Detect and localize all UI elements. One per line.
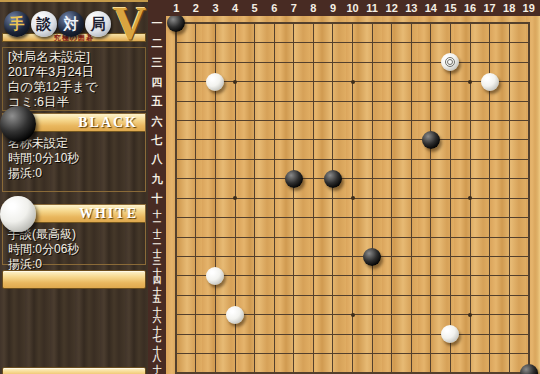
star-point-10-16 [351, 313, 355, 317]
row-label-18: 十八 [152, 346, 162, 362]
row-label-11: 十一 [152, 210, 162, 226]
white-player-name: 手談(最高級) [8, 227, 141, 242]
star-point-10-4 [351, 80, 355, 84]
grid-line-v-15 [450, 23, 451, 374]
star-point-4-10 [233, 196, 237, 200]
row-label-17: 十七 [152, 326, 162, 342]
row-label-16: 十六 [152, 307, 162, 323]
grid-line-h-6 [176, 120, 529, 121]
col-label-17: 17 [483, 1, 495, 15]
row-label-7: 七 [148, 134, 166, 145]
black-stone-11-13 [363, 248, 381, 266]
grid-line-h-13 [176, 256, 529, 257]
grid-line-v-12 [391, 23, 392, 374]
row-label-8: 八 [148, 154, 166, 165]
row-label-19: 十九 [152, 365, 162, 374]
grid-line-h-11 [176, 217, 529, 218]
grid-line-h-14 [176, 275, 529, 276]
grid-line-v-14 [430, 23, 431, 374]
star-point-16-4 [468, 80, 472, 84]
left-coordinates: 一二三四五六七八九十十一十二十三十四十五十六十七十八十九 [148, 0, 166, 374]
grid-line-v-19 [528, 23, 530, 374]
bottom-bar [2, 367, 146, 374]
row-label-9: 九 [148, 173, 166, 184]
white-stone-4-16 [226, 306, 244, 324]
row-label-5: 五 [148, 96, 166, 107]
col-label-5: 5 [252, 1, 258, 15]
star-point-10-10 [351, 196, 355, 200]
app-window: 手談対局V 究極の囲碁 [対局名未設定] 2017年3月24日 白の第12手まで… [0, 0, 540, 374]
move-list-header-bar [2, 270, 146, 289]
black-time: 時間:0分10秒 [8, 151, 141, 166]
star-point-4-4 [233, 80, 237, 84]
logo-ball-2: 談 [31, 11, 57, 37]
col-label-18: 18 [503, 1, 515, 15]
go-board[interactable]: 12345678910111213141516171819 一二三四五六七八九十… [148, 0, 540, 374]
game-komi: コミ:6目半 [8, 95, 145, 110]
logo-ball-4: 局 [85, 11, 111, 37]
row-label-10: 十 [148, 193, 166, 204]
grid-line-h-3 [176, 62, 529, 63]
black-stone-9-9 [324, 170, 342, 188]
grid-line-h-5 [176, 101, 529, 102]
grid-line-h-18 [176, 353, 529, 354]
black-stone-icon [0, 106, 36, 142]
row-label-4: 四 [148, 76, 166, 87]
row-label-12: 十二 [152, 229, 162, 245]
row-label-3: 三 [148, 57, 166, 68]
grid-line-h-17 [176, 334, 529, 335]
col-label-15: 15 [444, 1, 456, 15]
white-stone-icon [0, 196, 36, 232]
col-label-2: 2 [193, 1, 199, 15]
row-label-6: 六 [148, 115, 166, 126]
sidebar: 手談対局V 究極の囲碁 [対局名未設定] 2017年3月24日 白の第12手まで… [0, 0, 148, 374]
last-move-marker [445, 57, 455, 67]
black-stone-14-7 [422, 131, 440, 149]
white-stone-17-4 [481, 73, 499, 91]
col-label-1: 1 [173, 1, 179, 15]
col-label-12: 12 [386, 1, 398, 15]
black-captures: 揚浜:0 [8, 166, 141, 181]
star-point-16-16 [468, 313, 472, 317]
logo-ball-1: 手 [4, 11, 30, 37]
game-date: 2017年3月24日 [8, 65, 145, 80]
col-label-11: 11 [366, 1, 378, 15]
grid-line-v-13 [411, 23, 412, 374]
grid-line-h-7 [176, 139, 529, 140]
grid-line-h-8 [176, 159, 529, 160]
col-label-16: 16 [464, 1, 476, 15]
row-label-1: 一 [148, 18, 166, 29]
col-label-4: 4 [232, 1, 238, 15]
grid-line-h-9 [176, 178, 529, 179]
row-label-13: 十三 [152, 248, 162, 264]
grid-layer [148, 0, 540, 374]
game-info-panel: [対局名未設定] 2017年3月24日 白の第12手まで コミ:6目半 [2, 47, 146, 111]
top-coordinates: 12345678910111213141516171819 [148, 0, 540, 16]
star-point-16-10 [468, 196, 472, 200]
grid-line-h-12 [176, 237, 529, 238]
grid-line-h-1 [176, 22, 529, 24]
col-label-9: 9 [330, 1, 336, 15]
col-label-3: 3 [212, 1, 218, 15]
grid-line-h-2 [176, 42, 529, 43]
black-stone-7-9 [285, 170, 303, 188]
col-label-8: 8 [310, 1, 316, 15]
col-label-7: 7 [291, 1, 297, 15]
grid-line-h-15 [176, 295, 529, 296]
row-label-14: 十四 [152, 268, 162, 284]
game-move-status: 白の第12手まで [8, 80, 145, 95]
row-label-15: 十五 [152, 287, 162, 303]
black-stone-19-19 [520, 364, 538, 374]
white-stone-15-17 [441, 325, 459, 343]
black-stone-1-1 [167, 14, 185, 32]
col-label-10: 10 [346, 1, 358, 15]
col-label-14: 14 [425, 1, 437, 15]
grid-line-v-11 [372, 23, 373, 374]
col-label-19: 19 [523, 1, 535, 15]
white-stone-3-14 [206, 267, 224, 285]
grid-line-v-18 [509, 23, 510, 374]
col-label-13: 13 [405, 1, 417, 15]
logo-ball-3: 対 [58, 11, 84, 37]
logo-v: V [113, 5, 146, 43]
white-time: 時間:0分06秒 [8, 242, 141, 257]
row-label-2: 二 [148, 37, 166, 48]
game-title: [対局名未設定] [8, 50, 145, 65]
col-label-6: 6 [271, 1, 277, 15]
white-stone-3-4 [206, 73, 224, 91]
